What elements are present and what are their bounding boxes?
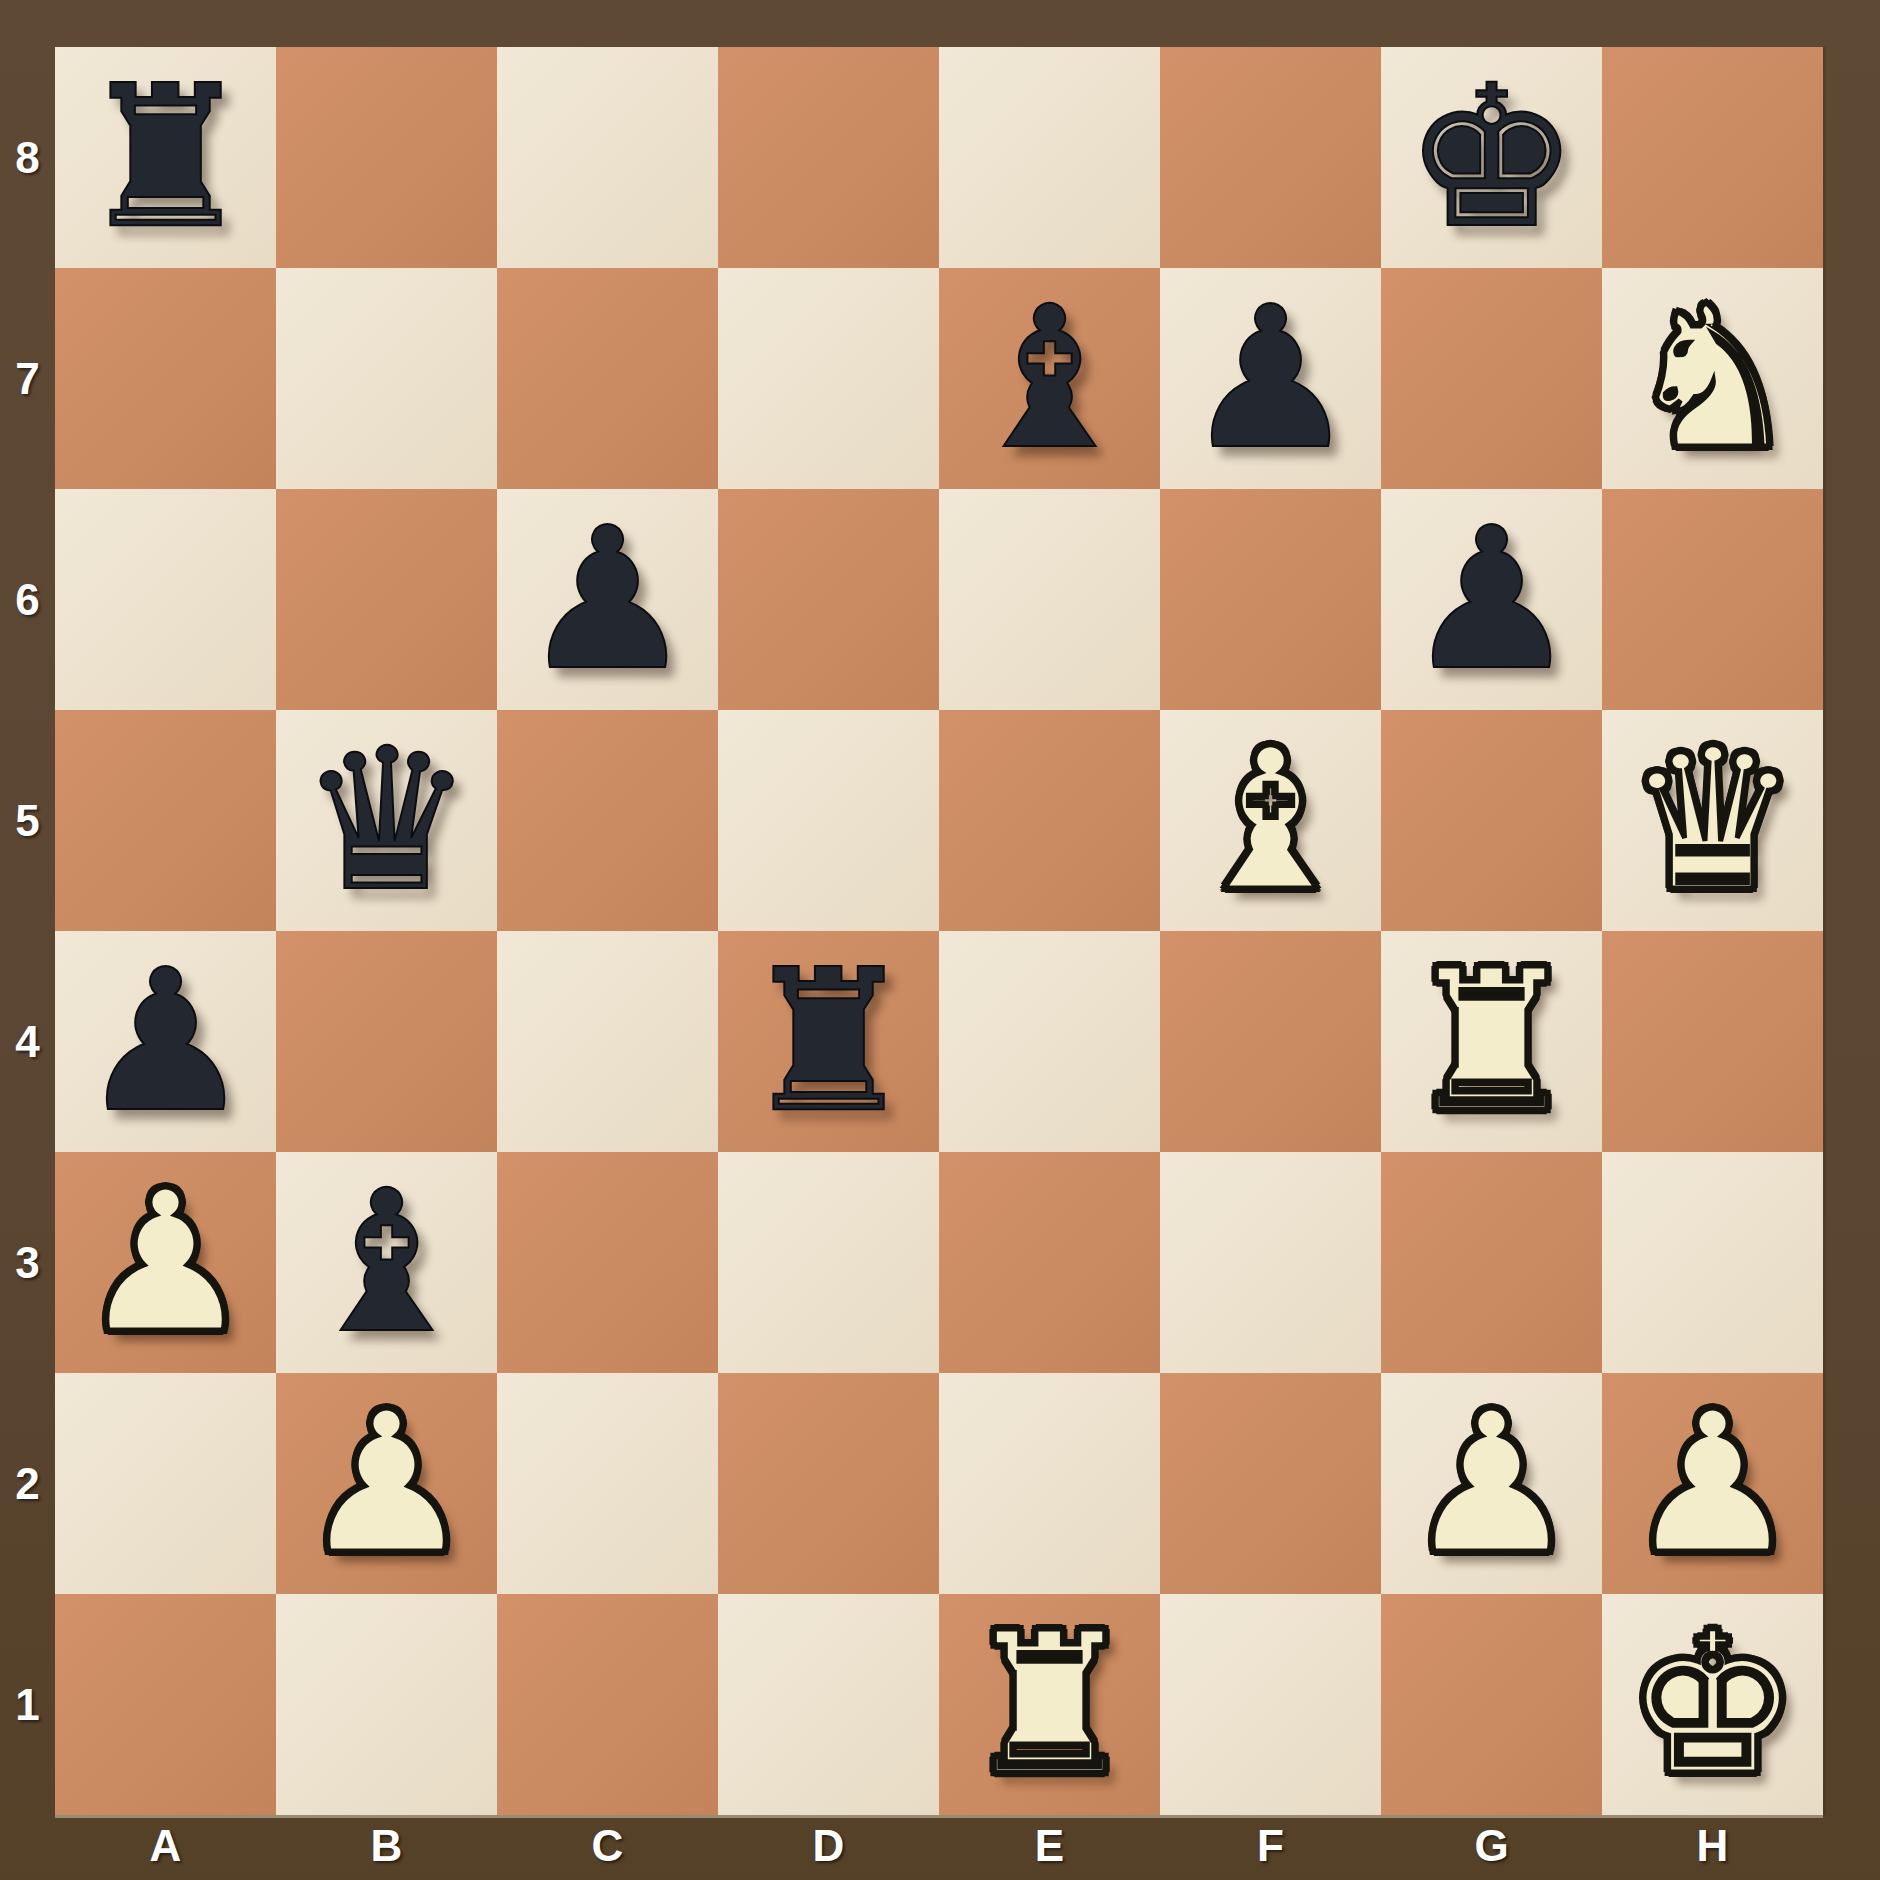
square-g6[interactable]: ♟ [1381, 489, 1602, 710]
square-g2[interactable]: ♟ [1381, 1373, 1602, 1594]
square-e1[interactable]: ♜ [939, 1594, 1160, 1815]
board: ♜♚♝♟♞♟♟♛♝♛♟♜♜♟♝♟♟♟♜♚ [55, 47, 1823, 1815]
square-e4[interactable] [939, 931, 1160, 1152]
black-bishop-e7[interactable]: ♝ [962, 268, 1138, 489]
square-b8[interactable] [276, 47, 497, 268]
file-label-c: C [497, 1815, 718, 1877]
square-g8[interactable]: ♚ [1381, 47, 1602, 268]
file-label-h: H [1602, 1815, 1823, 1877]
square-c7[interactable] [497, 268, 718, 489]
black-pawn-g6[interactable]: ♟ [1404, 489, 1580, 710]
white-rook-g4[interactable]: ♜ [1404, 931, 1580, 1152]
white-bishop-f5[interactable]: ♝ [1183, 710, 1359, 931]
square-c5[interactable] [497, 710, 718, 931]
square-e7[interactable]: ♝ [939, 268, 1160, 489]
rank-label-5: 5 [0, 710, 55, 931]
square-b5[interactable]: ♛ [276, 710, 497, 931]
square-f5[interactable]: ♝ [1160, 710, 1381, 931]
file-label-g: G [1381, 1815, 1602, 1877]
square-h5[interactable]: ♛ [1602, 710, 1823, 931]
white-queen-h5[interactable]: ♛ [1625, 710, 1801, 931]
file-labels: ABCDEFGH [55, 1815, 1823, 1877]
square-a8[interactable]: ♜ [55, 47, 276, 268]
square-b7[interactable] [276, 268, 497, 489]
square-a3[interactable]: ♟ [55, 1152, 276, 1373]
black-rook-a8[interactable]: ♜ [78, 47, 254, 268]
white-knight-h7[interactable]: ♞ [1625, 268, 1801, 489]
white-rook-e1[interactable]: ♜ [962, 1594, 1138, 1815]
square-e8[interactable] [939, 47, 1160, 268]
square-e2[interactable] [939, 1373, 1160, 1594]
file-label-b: B [276, 1815, 497, 1877]
square-b2[interactable]: ♟ [276, 1373, 497, 1594]
square-f4[interactable] [1160, 931, 1381, 1152]
square-b6[interactable] [276, 489, 497, 710]
square-f3[interactable] [1160, 1152, 1381, 1373]
square-a4[interactable]: ♟ [55, 931, 276, 1152]
white-pawn-h2[interactable]: ♟ [1625, 1373, 1801, 1594]
black-pawn-a4[interactable]: ♟ [78, 931, 254, 1152]
square-d5[interactable] [718, 710, 939, 931]
square-a1[interactable] [55, 1594, 276, 1815]
square-c6[interactable]: ♟ [497, 489, 718, 710]
square-d4[interactable]: ♜ [718, 931, 939, 1152]
square-a5[interactable] [55, 710, 276, 931]
square-h1[interactable]: ♚ [1602, 1594, 1823, 1815]
square-e6[interactable] [939, 489, 1160, 710]
square-a6[interactable] [55, 489, 276, 710]
rank-label-2: 2 [0, 1373, 55, 1594]
square-d8[interactable] [718, 47, 939, 268]
square-f8[interactable] [1160, 47, 1381, 268]
file-label-d: D [718, 1815, 939, 1877]
square-d7[interactable] [718, 268, 939, 489]
square-g1[interactable] [1381, 1594, 1602, 1815]
black-pawn-c6[interactable]: ♟ [520, 489, 696, 710]
file-label-a: A [55, 1815, 276, 1877]
black-bishop-b3[interactable]: ♝ [299, 1152, 475, 1373]
square-h3[interactable] [1602, 1152, 1823, 1373]
rank-label-1: 1 [0, 1594, 55, 1815]
square-c3[interactable] [497, 1152, 718, 1373]
square-a2[interactable] [55, 1373, 276, 1594]
square-c8[interactable] [497, 47, 718, 268]
file-label-f: F [1160, 1815, 1381, 1877]
rank-label-7: 7 [0, 268, 55, 489]
square-g4[interactable]: ♜ [1381, 931, 1602, 1152]
square-g5[interactable] [1381, 710, 1602, 931]
square-h2[interactable]: ♟ [1602, 1373, 1823, 1594]
square-g3[interactable] [1381, 1152, 1602, 1373]
black-king-g8[interactable]: ♚ [1404, 47, 1580, 268]
chess-diagram: { "game": "chess", "position": { "fen": … [0, 0, 1880, 1880]
rank-label-4: 4 [0, 931, 55, 1152]
square-h4[interactable] [1602, 931, 1823, 1152]
square-g7[interactable] [1381, 268, 1602, 489]
square-d1[interactable] [718, 1594, 939, 1815]
black-rook-d4[interactable]: ♜ [741, 931, 917, 1152]
square-d2[interactable] [718, 1373, 939, 1594]
white-pawn-a3[interactable]: ♟ [78, 1152, 254, 1373]
square-a7[interactable] [55, 268, 276, 489]
square-e5[interactable] [939, 710, 1160, 931]
square-h6[interactable] [1602, 489, 1823, 710]
rank-labels: 87654321 [0, 47, 55, 1815]
square-f7[interactable]: ♟ [1160, 268, 1381, 489]
square-c1[interactable] [497, 1594, 718, 1815]
white-pawn-g2[interactable]: ♟ [1404, 1373, 1580, 1594]
square-f1[interactable] [1160, 1594, 1381, 1815]
square-d3[interactable] [718, 1152, 939, 1373]
file-label-e: E [939, 1815, 1160, 1877]
square-b4[interactable] [276, 931, 497, 1152]
rank-label-8: 8 [0, 47, 55, 268]
square-h7[interactable]: ♞ [1602, 268, 1823, 489]
square-f2[interactable] [1160, 1373, 1381, 1594]
square-c4[interactable] [497, 931, 718, 1152]
square-h8[interactable] [1602, 47, 1823, 268]
black-pawn-f7[interactable]: ♟ [1183, 268, 1359, 489]
white-king-h1[interactable]: ♚ [1625, 1594, 1801, 1815]
square-d6[interactable] [718, 489, 939, 710]
black-queen-b5[interactable]: ♛ [299, 710, 475, 931]
rank-label-3: 3 [0, 1152, 55, 1373]
square-e3[interactable] [939, 1152, 1160, 1373]
white-pawn-b2[interactable]: ♟ [299, 1373, 475, 1594]
square-b1[interactable] [276, 1594, 497, 1815]
rank-label-6: 6 [0, 489, 55, 710]
square-b3[interactable]: ♝ [276, 1152, 497, 1373]
square-c2[interactable] [497, 1373, 718, 1594]
square-f6[interactable] [1160, 489, 1381, 710]
